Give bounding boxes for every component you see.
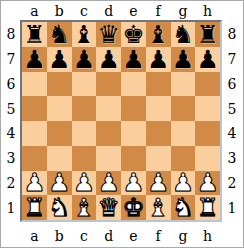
rank-label-5: 5	[7, 102, 16, 116]
square-a6[interactable]	[22, 72, 47, 97]
board-frame: ♜♞♝♛♚♝♞♜♟♟♟♟♟♟♟♟♟♟♟♟♟♟♟♟♜♞♝♛♚♝♞♜	[20, 20, 222, 222]
square-e8[interactable]: ♚	[121, 22, 146, 47]
square-c7[interactable]: ♟	[72, 47, 97, 72]
square-h4[interactable]	[195, 121, 220, 146]
file-label-f: f	[156, 4, 161, 18]
file-label-g: g	[178, 4, 187, 18]
square-e1[interactable]: ♚	[121, 195, 146, 220]
square-c4[interactable]	[72, 121, 97, 146]
square-f2[interactable]: ♟	[146, 171, 171, 196]
piece-white-rook[interactable]: ♜	[23, 195, 45, 220]
square-b7[interactable]: ♟	[47, 47, 72, 72]
square-f6[interactable]	[146, 72, 171, 97]
square-e7[interactable]: ♟	[121, 47, 146, 72]
rank-label-3: 3	[7, 151, 16, 165]
piece-white-bishop[interactable]: ♝	[147, 195, 169, 220]
square-b2[interactable]: ♟	[47, 171, 72, 196]
file-label-a: a	[30, 4, 38, 18]
file-label-h: h	[203, 4, 212, 18]
chess-board-page: abcdefgh abcdefgh 87654321 87654321 ♜♞♝♛…	[0, 0, 244, 248]
square-e3[interactable]	[121, 146, 146, 171]
square-a5[interactable]	[22, 96, 47, 121]
piece-black-queen[interactable]: ♛	[97, 22, 119, 47]
square-b5[interactable]	[47, 96, 72, 121]
piece-black-pawn[interactable]: ♟	[196, 47, 218, 72]
square-d6[interactable]	[96, 72, 121, 97]
file-label-a: a	[30, 229, 38, 243]
square-h7[interactable]: ♟	[195, 47, 220, 72]
square-g1[interactable]: ♞	[171, 195, 196, 220]
file-label-b: b	[55, 229, 64, 243]
square-g4[interactable]	[171, 121, 196, 146]
square-f7[interactable]: ♟	[146, 47, 171, 72]
rank-labels-right: 87654321	[222, 22, 242, 220]
square-c1[interactable]: ♝	[72, 195, 97, 220]
piece-white-queen[interactable]: ♛	[97, 195, 119, 220]
piece-white-pawn[interactable]: ♟	[147, 171, 169, 196]
rank-label-3: 3	[228, 151, 237, 165]
piece-white-pawn[interactable]: ♟	[48, 171, 70, 196]
file-label-g: g	[178, 229, 187, 243]
square-a4[interactable]	[22, 121, 47, 146]
square-b4[interactable]	[47, 121, 72, 146]
piece-black-pawn[interactable]: ♟	[97, 47, 119, 72]
square-h6[interactable]	[195, 72, 220, 97]
file-label-c: c	[80, 229, 88, 243]
square-c6[interactable]	[72, 72, 97, 97]
square-d4[interactable]	[96, 121, 121, 146]
rank-label-2: 2	[228, 176, 237, 190]
piece-white-knight[interactable]: ♞	[172, 195, 194, 220]
square-d2[interactable]: ♟	[96, 171, 121, 196]
piece-white-rook[interactable]: ♜	[196, 195, 218, 220]
square-f8[interactable]: ♝	[146, 22, 171, 47]
square-d8[interactable]: ♛	[96, 22, 121, 47]
file-label-b: b	[55, 4, 64, 18]
square-g3[interactable]	[171, 146, 196, 171]
piece-white-knight[interactable]: ♞	[48, 195, 70, 220]
square-a1[interactable]: ♜	[22, 195, 47, 220]
rank-label-7: 7	[228, 52, 237, 66]
square-f1[interactable]: ♝	[146, 195, 171, 220]
square-c3[interactable]	[72, 146, 97, 171]
piece-white-pawn[interactable]: ♟	[23, 171, 45, 196]
chess-board: ♜♞♝♛♚♝♞♜♟♟♟♟♟♟♟♟♟♟♟♟♟♟♟♟♜♞♝♛♚♝♞♜	[22, 22, 220, 220]
piece-black-knight[interactable]: ♞	[48, 22, 70, 47]
square-b8[interactable]: ♞	[47, 22, 72, 47]
square-b1[interactable]: ♞	[47, 195, 72, 220]
square-b3[interactable]	[47, 146, 72, 171]
square-e5[interactable]	[121, 96, 146, 121]
piece-white-pawn[interactable]: ♟	[97, 171, 119, 196]
square-h1[interactable]: ♜	[195, 195, 220, 220]
square-c8[interactable]: ♝	[72, 22, 97, 47]
file-labels-top: abcdefgh	[22, 1, 220, 21]
square-a8[interactable]: ♜	[22, 22, 47, 47]
square-d3[interactable]	[96, 146, 121, 171]
rank-label-8: 8	[7, 27, 16, 41]
file-label-c: c	[80, 4, 88, 18]
file-label-e: e	[129, 4, 137, 18]
rank-label-1: 1	[7, 201, 16, 215]
piece-black-pawn[interactable]: ♟	[73, 47, 95, 72]
square-f5[interactable]	[146, 96, 171, 121]
square-a7[interactable]: ♟	[22, 47, 47, 72]
rank-label-4: 4	[7, 126, 16, 140]
piece-black-rook[interactable]: ♜	[23, 22, 45, 47]
square-e4[interactable]	[121, 121, 146, 146]
rank-label-5: 5	[228, 102, 237, 116]
rank-label-2: 2	[7, 176, 16, 190]
square-d1[interactable]: ♛	[96, 195, 121, 220]
piece-white-bishop[interactable]: ♝	[73, 195, 95, 220]
rank-label-6: 6	[7, 77, 16, 91]
file-labels-bottom: abcdefgh	[22, 224, 220, 247]
square-c2[interactable]: ♟	[72, 171, 97, 196]
piece-white-pawn[interactable]: ♟	[196, 171, 218, 196]
square-f3[interactable]	[146, 146, 171, 171]
piece-black-bishop[interactable]: ♝	[73, 22, 95, 47]
square-g2[interactable]: ♟	[171, 171, 196, 196]
rank-label-1: 1	[228, 201, 237, 215]
file-label-f: f	[156, 229, 161, 243]
file-label-h: h	[203, 229, 212, 243]
square-e6[interactable]	[121, 72, 146, 97]
file-label-d: d	[104, 4, 113, 18]
square-a3[interactable]	[22, 146, 47, 171]
square-f4[interactable]	[146, 121, 171, 146]
piece-black-knight[interactable]: ♞	[172, 22, 194, 47]
square-g5[interactable]	[171, 96, 196, 121]
piece-white-king[interactable]: ♚	[122, 195, 144, 220]
square-c5[interactable]	[72, 96, 97, 121]
rank-label-4: 4	[228, 126, 237, 140]
square-h5[interactable]	[195, 96, 220, 121]
rank-label-6: 6	[228, 77, 237, 91]
square-g6[interactable]	[171, 72, 196, 97]
piece-black-bishop[interactable]: ♝	[147, 22, 169, 47]
rank-labels-left: 87654321	[1, 22, 21, 220]
piece-white-pawn[interactable]: ♟	[73, 171, 95, 196]
file-label-d: d	[104, 229, 113, 243]
square-e2[interactable]: ♟	[121, 171, 146, 196]
square-g7[interactable]: ♟	[171, 47, 196, 72]
file-label-e: e	[129, 229, 137, 243]
rank-label-8: 8	[228, 27, 237, 41]
square-h2[interactable]: ♟	[195, 171, 220, 196]
square-h8[interactable]: ♜	[195, 22, 220, 47]
square-g8[interactable]: ♞	[171, 22, 196, 47]
piece-black-king[interactable]: ♚	[122, 22, 144, 47]
piece-black-pawn[interactable]: ♟	[122, 47, 144, 72]
rank-label-7: 7	[7, 52, 16, 66]
square-b6[interactable]	[47, 72, 72, 97]
square-h3[interactable]	[195, 146, 220, 171]
square-d5[interactable]	[96, 96, 121, 121]
piece-black-rook[interactable]: ♜	[196, 22, 218, 47]
piece-white-pawn[interactable]: ♟	[122, 171, 144, 196]
piece-black-pawn[interactable]: ♟	[147, 47, 169, 72]
piece-white-pawn[interactable]: ♟	[172, 171, 194, 196]
piece-black-pawn[interactable]: ♟	[48, 47, 70, 72]
piece-black-pawn[interactable]: ♟	[172, 47, 194, 72]
piece-black-pawn[interactable]: ♟	[23, 47, 45, 72]
square-d7[interactable]: ♟	[96, 47, 121, 72]
square-a2[interactable]: ♟	[22, 171, 47, 196]
